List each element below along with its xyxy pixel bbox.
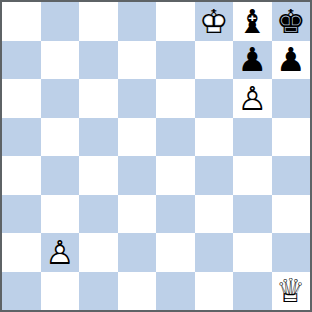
square-c6[interactable] (79, 79, 118, 118)
white-king-icon: ♚ (195, 2, 234, 41)
square-h4[interactable] (272, 156, 311, 195)
white-pawn-icon: ♙ (233, 79, 272, 118)
square-a1[interactable] (2, 272, 41, 311)
square-e2[interactable] (156, 233, 195, 272)
square-g8[interactable]: ♝ (233, 2, 272, 41)
square-c7[interactable] (79, 41, 118, 80)
square-h8[interactable]: ♚ (272, 2, 311, 41)
square-b4[interactable] (41, 156, 80, 195)
square-f3[interactable] (195, 195, 234, 234)
square-e3[interactable] (156, 195, 195, 234)
white-pawn-icon: ♟ (41, 233, 80, 272)
square-d1[interactable] (118, 272, 157, 311)
white-pawn-icon: ♟ (233, 79, 272, 118)
square-d4[interactable] (118, 156, 157, 195)
square-f7[interactable] (195, 41, 234, 80)
square-c2[interactable] (79, 233, 118, 272)
square-d3[interactable] (118, 195, 157, 234)
square-c4[interactable] (79, 156, 118, 195)
square-h6[interactable] (272, 79, 311, 118)
square-g5[interactable] (233, 118, 272, 157)
square-b6[interactable] (41, 79, 80, 118)
square-a2[interactable] (2, 233, 41, 272)
square-f4[interactable] (195, 156, 234, 195)
black-king-icon: ♚ (272, 2, 311, 41)
square-b8[interactable] (41, 2, 80, 41)
square-e6[interactable] (156, 79, 195, 118)
square-h2[interactable] (272, 233, 311, 272)
square-a8[interactable] (2, 2, 41, 41)
square-f2[interactable] (195, 233, 234, 272)
square-g2[interactable] (233, 233, 272, 272)
square-d8[interactable] (118, 2, 157, 41)
square-a7[interactable] (2, 41, 41, 80)
square-e1[interactable] (156, 272, 195, 311)
square-e5[interactable] (156, 118, 195, 157)
square-a3[interactable] (2, 195, 41, 234)
black-pawn-icon: ♟ (272, 41, 311, 80)
square-b3[interactable] (41, 195, 80, 234)
square-a4[interactable] (2, 156, 41, 195)
square-f8[interactable]: ♚♔ (195, 2, 234, 41)
square-c5[interactable] (79, 118, 118, 157)
chess-board: ♚♔♝♚♟♟♟♙♟♙♛♕ (0, 0, 312, 312)
square-h3[interactable] (272, 195, 311, 234)
square-c8[interactable] (79, 2, 118, 41)
square-g1[interactable] (233, 272, 272, 311)
square-g3[interactable] (233, 195, 272, 234)
square-f6[interactable] (195, 79, 234, 118)
square-g6[interactable]: ♟♙ (233, 79, 272, 118)
white-pawn-icon: ♙ (41, 233, 80, 272)
square-b2[interactable]: ♟♙ (41, 233, 80, 272)
square-g4[interactable] (233, 156, 272, 195)
square-d5[interactable] (118, 118, 157, 157)
square-e8[interactable] (156, 2, 195, 41)
square-d6[interactable] (118, 79, 157, 118)
square-g7[interactable]: ♟ (233, 41, 272, 80)
square-f1[interactable] (195, 272, 234, 311)
square-b7[interactable] (41, 41, 80, 80)
black-pawn-icon: ♟ (233, 41, 272, 80)
square-a6[interactable] (2, 79, 41, 118)
square-e4[interactable] (156, 156, 195, 195)
square-d7[interactable] (118, 41, 157, 80)
square-h5[interactable] (272, 118, 311, 157)
black-bishop-icon: ♝ (233, 2, 272, 41)
square-c3[interactable] (79, 195, 118, 234)
square-b1[interactable] (41, 272, 80, 311)
white-queen-icon: ♕ (272, 272, 311, 311)
square-a5[interactable] (2, 118, 41, 157)
square-e7[interactable] (156, 41, 195, 80)
white-queen-icon: ♛ (272, 272, 311, 311)
square-h1[interactable]: ♛♕ (272, 272, 311, 311)
white-king-icon: ♔ (195, 2, 234, 41)
square-c1[interactable] (79, 272, 118, 311)
square-b5[interactable] (41, 118, 80, 157)
square-d2[interactable] (118, 233, 157, 272)
square-f5[interactable] (195, 118, 234, 157)
square-h7[interactable]: ♟ (272, 41, 311, 80)
